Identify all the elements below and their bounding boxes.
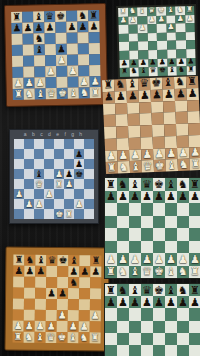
square-r7c8[interactable]: ♟ [89, 76, 100, 87]
square-r6c1[interactable] [105, 241, 117, 254]
square-r4c2[interactable] [128, 33, 138, 42]
square-r5c2[interactable] [116, 126, 129, 138]
square-r7c2[interactable]: ♟ [129, 59, 139, 68]
square-r7c8[interactable]: ♟ [189, 253, 200, 266]
square-r1c2[interactable]: ♞ [114, 79, 127, 91]
square-r6c2[interactable] [117, 138, 130, 150]
square-r1c2[interactable]: ♞ [128, 8, 138, 17]
square-r3c2[interactable] [117, 308, 129, 320]
square-r8c4[interactable]: ♛ [46, 332, 57, 343]
square-r1c5[interactable]: ♚ [150, 78, 163, 90]
square-r5c7[interactable] [78, 54, 89, 65]
square-r2c2[interactable]: ♟ [128, 16, 138, 25]
square-r7c3[interactable]: ♟ [35, 321, 46, 332]
square-r1c2[interactable]: ♞ [24, 255, 35, 266]
square-r5c4[interactable] [148, 41, 158, 50]
square-r5c2[interactable] [117, 228, 129, 241]
square-r3c7[interactable] [176, 23, 186, 32]
square-r5c4[interactable] [141, 228, 153, 241]
square-r3c4[interactable] [147, 24, 157, 33]
square-r3c5[interactable] [151, 101, 164, 113]
square-r1c2[interactable] [22, 11, 33, 22]
square-r1c6[interactable] [66, 11, 77, 22]
square-r3c7[interactable] [175, 100, 188, 112]
square-r6c7[interactable] [176, 49, 186, 58]
square-r3c5[interactable] [56, 33, 67, 44]
square-r8c5[interactable]: ♚ [154, 160, 167, 172]
square-r8c8[interactable]: ♜ [189, 266, 200, 279]
square-r1c7[interactable]: ♞ [177, 178, 189, 191]
square-r2c7[interactable]: ♟ [74, 149, 84, 159]
square-r8c1[interactable] [14, 209, 24, 219]
square-r7c8[interactable]: ♟ [189, 146, 200, 158]
square-r7c2[interactable]: ♟ [117, 253, 129, 266]
square-r2c6[interactable]: ♟ [162, 89, 175, 101]
square-r4c7[interactable] [176, 32, 186, 41]
square-r2c2[interactable]: ♟ [22, 22, 33, 33]
square-r1c3[interactable]: ♝ [129, 284, 141, 296]
square-r5c5[interactable] [57, 299, 68, 310]
square-r3c1[interactable] [13, 277, 24, 288]
square-r5c3[interactable] [34, 55, 45, 66]
square-r7c5[interactable] [56, 77, 67, 88]
square-r6c8[interactable] [186, 49, 196, 58]
square-r3c4[interactable] [139, 102, 152, 114]
square-r5c1[interactable] [13, 299, 24, 310]
square-r5c7[interactable] [176, 41, 186, 50]
square-r3c2[interactable] [24, 159, 34, 169]
square-r3c2[interactable] [128, 25, 138, 34]
square-r5c5[interactable] [153, 228, 165, 241]
square-r2c7[interactable]: ♟ [77, 21, 88, 32]
square-r7c2[interactable]: ♟ [117, 150, 130, 162]
square-r4c5[interactable] [151, 113, 164, 125]
square-r7c3[interactable]: ♟ [129, 149, 142, 161]
square-r7c4[interactable]: ♟ [148, 59, 158, 68]
square-r1c8[interactable]: ♜ [185, 6, 195, 15]
square-r7c4[interactable]: ♟ [141, 148, 154, 160]
square-r7c3[interactable]: ♟ [129, 253, 141, 266]
square-r2c8[interactable]: ♟ [189, 191, 200, 204]
square-r6c8[interactable] [188, 135, 200, 147]
square-r2c7[interactable]: ♟ [79, 266, 90, 277]
square-r8c7[interactable]: ♞ [177, 266, 189, 279]
square-r7c5[interactable]: ♟ [157, 58, 167, 67]
square-r1c4[interactable]: ♛ [141, 178, 153, 191]
square-r3c3[interactable] [35, 277, 46, 288]
square-r8c7[interactable]: ♞ [177, 66, 187, 75]
square-r5c6[interactable] [68, 299, 79, 310]
square-r8c3[interactable]: ♝ [35, 332, 46, 343]
square-r4c7[interactable] [177, 321, 189, 333]
square-r6c8[interactable] [89, 65, 100, 76]
square-r3c3[interactable] [129, 203, 141, 216]
square-r5c1[interactable] [105, 228, 117, 241]
square-r5c2[interactable] [24, 299, 35, 310]
square-r7c6[interactable] [64, 199, 74, 209]
square-r6c3[interactable] [129, 345, 141, 356]
square-r6c6[interactable] [165, 345, 177, 356]
square-r8c8[interactable] [84, 209, 94, 219]
square-r5c5[interactable] [157, 41, 167, 50]
square-r1c1[interactable]: ♜ [13, 255, 24, 266]
square-r8c3[interactable]: ♝ [130, 161, 143, 173]
square-r3c4[interactable] [46, 277, 57, 288]
square-r1c1[interactable]: ♜ [105, 284, 117, 296]
square-r6c2[interactable] [24, 189, 34, 199]
square-r4c2[interactable] [24, 169, 34, 179]
square-r8c5[interactable]: ♚ [57, 332, 68, 343]
square-r2c3[interactable]: ♟ [129, 191, 141, 204]
square-r7c4[interactable] [44, 199, 54, 209]
square-r2c4[interactable]: ♟ [138, 90, 151, 102]
square-r4c6[interactable] [165, 321, 177, 333]
square-r2c2[interactable] [24, 149, 34, 159]
square-r8c6[interactable]: ♝ [166, 159, 179, 171]
square-r4c7[interactable] [177, 216, 189, 229]
square-r2c5[interactable] [54, 149, 64, 159]
square-r3c6[interactable] [67, 33, 78, 44]
square-r3c7[interactable]: ♟ [74, 159, 84, 169]
square-r7c2[interactable]: ♟ [24, 199, 34, 209]
square-r5c1[interactable] [104, 127, 117, 139]
square-r7c5[interactable] [57, 321, 68, 332]
square-r3c1[interactable] [103, 103, 116, 115]
square-r7c6[interactable]: ♟ [165, 147, 178, 159]
square-r7c7[interactable]: ♟ [177, 147, 190, 159]
square-r4c4[interactable] [141, 216, 153, 229]
square-r3c8[interactable] [89, 32, 100, 43]
square-r4c7[interactable] [78, 43, 89, 54]
square-r4c8[interactable] [90, 288, 101, 299]
square-r8c1[interactable]: ♜ [13, 332, 24, 343]
square-r3c2[interactable] [24, 277, 35, 288]
square-r5c3[interactable] [129, 333, 141, 345]
square-r5c7[interactable] [177, 333, 189, 345]
square-r3c3[interactable] [34, 159, 44, 169]
square-r8c8[interactable]: ♜ [186, 66, 196, 75]
square-r3c6[interactable] [64, 159, 74, 169]
square-r4c4[interactable] [45, 44, 56, 55]
square-r1c5[interactable]: ♚ [57, 255, 68, 266]
square-r5c8[interactable] [90, 299, 101, 310]
square-r1c2[interactable] [24, 139, 34, 149]
square-r2c7[interactable]: ♟ [177, 191, 189, 204]
square-r1c7[interactable] [79, 255, 90, 266]
board-marble-blue[interactable]: a b c d e f g h ♟♟♝♟♟♚♛♜♟♟♟♟♟♟♚♜ [9, 129, 99, 224]
square-r5c3[interactable] [128, 126, 141, 138]
square-r3c2[interactable] [23, 33, 34, 44]
square-r3c5[interactable] [157, 24, 167, 33]
square-r4c5[interactable] [157, 33, 167, 42]
square-r4c4[interactable] [44, 169, 54, 179]
square-r1c6[interactable]: ♝ [165, 178, 177, 191]
square-r7c5[interactable] [54, 199, 64, 209]
square-r4c6[interactable] [67, 44, 78, 55]
square-r6c8[interactable] [84, 189, 94, 199]
square-r4c2[interactable] [117, 321, 129, 333]
square-r2c2[interactable]: ♟ [117, 296, 129, 308]
square-r5c8[interactable] [189, 333, 200, 345]
square-r5c6[interactable] [164, 124, 177, 136]
square-r8c8[interactable]: ♜ [90, 87, 101, 98]
square-r2c2[interactable]: ♟ [24, 266, 35, 277]
square-r2c8[interactable] [84, 149, 94, 159]
square-r5c1[interactable] [105, 333, 117, 345]
square-r1c3[interactable] [34, 139, 44, 149]
square-r8c7[interactable]: ♞ [79, 332, 90, 343]
square-r2c3[interactable] [34, 149, 44, 159]
square-r4c1[interactable] [104, 115, 117, 127]
square-r6c6[interactable] [165, 241, 177, 254]
square-r5c3[interactable] [35, 299, 46, 310]
square-r4c8[interactable] [84, 169, 94, 179]
square-r2c8[interactable]: ♟ [189, 296, 200, 308]
square-r1c4[interactable]: ♛ [138, 78, 151, 90]
square-r5c6[interactable] [67, 55, 78, 66]
square-r1c8[interactable]: ♜ [189, 178, 200, 191]
square-r7c4[interactable] [45, 77, 56, 88]
square-r7c6[interactable]: ♟ [165, 253, 177, 266]
square-r1c5[interactable]: ♚ [153, 178, 165, 191]
square-r6c7[interactable] [74, 189, 84, 199]
square-r5c4[interactable] [44, 179, 54, 189]
square-r8c2[interactable]: ♞ [24, 88, 35, 99]
square-r1c5[interactable]: ♚ [156, 7, 166, 16]
square-r4c6[interactable] [163, 112, 176, 124]
square-r3c3[interactable]: ♞ [34, 33, 45, 44]
square-r6c2[interactable] [24, 310, 35, 321]
square-r4c6[interactable] [166, 32, 176, 41]
square-r5c8[interactable] [188, 123, 200, 135]
square-r2c2[interactable]: ♟ [114, 91, 127, 103]
square-r6c2[interactable] [117, 345, 129, 356]
square-r3c1[interactable] [12, 34, 23, 45]
square-r8c2[interactable]: ♞ [118, 161, 131, 173]
square-r4c2[interactable] [24, 288, 35, 299]
square-r7c1[interactable]: ♟ [105, 150, 118, 162]
square-r6c3[interactable] [34, 189, 44, 199]
square-r3c1[interactable] [105, 308, 117, 320]
square-r4c6[interactable]: ♟ [64, 169, 74, 179]
square-r7c1[interactable]: ♟ [105, 253, 117, 266]
square-r8c1[interactable]: ♜ [13, 89, 24, 100]
square-r4c5[interactable] [153, 321, 165, 333]
square-r2c1[interactable]: ♟ [118, 16, 128, 25]
square-r6c1[interactable] [12, 67, 23, 78]
square-r7c8[interactable] [90, 321, 101, 332]
square-r6c2[interactable] [129, 50, 139, 59]
square-r8c8[interactable]: ♜ [190, 158, 200, 170]
square-r7c7[interactable]: ♟ [177, 253, 189, 266]
square-r8c5[interactable]: ♚ [153, 266, 165, 279]
square-r3c5[interactable] [153, 308, 165, 320]
square-r6c4[interactable] [148, 50, 158, 59]
square-r1c8[interactable] [84, 139, 94, 149]
square-r2c7[interactable]: ♟ [174, 88, 187, 100]
square-r7c5[interactable]: ♟ [153, 148, 166, 160]
square-r7c6[interactable] [67, 77, 78, 88]
square-r2c6[interactable]: ♟ [68, 266, 79, 277]
square-r2c4[interactable]: ♟ [141, 191, 153, 204]
square-r4c3[interactable] [129, 321, 141, 333]
square-r2c5[interactable]: ♟ [150, 89, 163, 101]
square-r4c7[interactable] [79, 288, 90, 299]
square-r5c7[interactable] [79, 299, 90, 310]
square-r8c6[interactable]: ♝ [165, 266, 177, 279]
square-r4c5[interactable]: ♟ [54, 169, 64, 179]
square-r4c5[interactable]: ♟ [57, 288, 68, 299]
square-r3c6[interactable] [165, 203, 177, 216]
square-r2c6[interactable]: ♟ [165, 191, 177, 204]
square-r5c2[interactable] [23, 55, 34, 66]
square-r1c4[interactable]: ♛ [46, 255, 57, 266]
square-r2c5[interactable]: ♟ [153, 191, 165, 204]
square-r1c3[interactable]: ♝ [129, 178, 141, 191]
square-r5c7[interactable] [177, 228, 189, 241]
square-r4c8[interactable] [185, 32, 195, 41]
square-r7c2[interactable]: ♟ [24, 321, 35, 332]
square-r6c8[interactable]: ♟ [90, 310, 101, 321]
square-r3c2[interactable] [117, 203, 129, 216]
square-r4c6[interactable] [68, 288, 79, 299]
board-orange-wood[interactable]: ♜♞♝♛♚♝♜♟♟♟♟♟♟♞♟♟♟♟♟♟♟♟♟♟♜♞♝♛♚♝♞♜ [4, 246, 109, 351]
square-r5c7[interactable] [176, 123, 189, 135]
square-r5c5[interactable] [152, 124, 165, 136]
board-blue-wood[interactable]: ♜♝♛♚♞♜♟♟♟♟♟♟♟♞♝♟♟♟♟♟♟♟♟♟♜♞♝♛♚♝♞♜ [4, 3, 108, 107]
square-r4c8[interactable] [187, 111, 200, 123]
square-r5c8[interactable] [89, 54, 100, 65]
square-r6c5[interactable] [54, 189, 64, 199]
square-r5c5[interactable]: ♜ [54, 179, 64, 189]
square-r6c6[interactable] [167, 49, 177, 58]
square-r3c4[interactable] [44, 159, 54, 169]
square-r7c7[interactable]: ♟ [78, 76, 89, 87]
square-r7c8[interactable]: ♟ [186, 58, 196, 67]
square-r8c2[interactable]: ♞ [24, 332, 35, 343]
square-r5c2[interactable] [117, 333, 129, 345]
square-r2c8[interactable]: ♟ [88, 21, 99, 32]
square-r8c3[interactable] [34, 209, 44, 219]
square-r4c3[interactable]: ♝ [34, 169, 44, 179]
square-r6c1[interactable] [105, 345, 117, 356]
square-r6c3[interactable] [129, 241, 141, 254]
square-r7c6[interactable]: ♟ [167, 58, 177, 67]
square-r8c2[interactable]: ♞ [129, 68, 139, 77]
square-r7c7[interactable]: ♟ [74, 199, 84, 209]
square-r1c1[interactable]: ♜ [118, 8, 128, 17]
square-r5c5[interactable]: ♟ [56, 55, 67, 66]
square-r2c6[interactable]: ♟ [165, 296, 177, 308]
square-r5c4[interactable] [45, 55, 56, 66]
square-r7c3[interactable]: ♟ [138, 59, 148, 68]
square-r5c1[interactable] [119, 42, 129, 51]
square-r5c8[interactable] [185, 40, 195, 49]
square-r1c4[interactable]: ♛ [141, 284, 153, 296]
square-r8c4[interactable]: ♛ [148, 67, 158, 76]
square-r3c4[interactable] [141, 308, 153, 320]
square-r3c7[interactable] [177, 308, 189, 320]
square-r7c4[interactable]: ♟ [46, 321, 57, 332]
square-r7c2[interactable]: ♟ [23, 77, 34, 88]
square-r5c8[interactable] [189, 228, 200, 241]
square-r1c4[interactable] [44, 139, 54, 149]
square-r8c5[interactable]: ♚ [57, 88, 68, 99]
square-r4c1[interactable] [14, 169, 24, 179]
square-r6c7[interactable] [79, 310, 90, 321]
square-r4c1[interactable] [13, 288, 24, 299]
square-r8c3[interactable]: ♝ [139, 67, 149, 76]
square-r6c4[interactable] [46, 310, 57, 321]
square-r6c5[interactable] [153, 241, 165, 254]
square-r6c3[interactable] [129, 137, 142, 149]
square-r8c6[interactable]: ♜ [64, 209, 74, 219]
square-r4c5[interactable] [153, 216, 165, 229]
square-r6c6[interactable]: ♟ [67, 66, 78, 77]
board-tan[interactable]: ♜♞♝♛♚♝♞♜♟♟♟♟♟♟♟♟♟♟♟♟♟♟♟♟♜♞♝♛♚♝♞♜ [102, 76, 200, 174]
square-r1c3[interactable]: ♝ [33, 11, 44, 22]
square-r6c6[interactable] [68, 310, 79, 321]
square-r2c1[interactable]: ♟ [103, 91, 116, 103]
square-r2c3[interactable] [137, 16, 147, 25]
square-r1c6[interactable]: ♝ [162, 77, 175, 89]
square-r3c1[interactable] [14, 159, 24, 169]
square-r5c3[interactable] [138, 42, 148, 51]
square-r5c4[interactable] [141, 333, 153, 345]
square-r6c1[interactable] [105, 138, 118, 150]
square-r5c4[interactable] [140, 125, 153, 137]
square-r6c5[interactable] [153, 136, 166, 148]
square-r3c6[interactable]: ♟ [166, 24, 176, 33]
square-r7c1[interactable]: ♟ [12, 78, 23, 89]
square-r2c3[interactable]: ♟ [129, 296, 141, 308]
square-r6c7[interactable] [78, 65, 89, 76]
square-r8c4[interactable]: ♛ [46, 88, 57, 99]
square-r6c5[interactable] [153, 345, 165, 356]
square-r4c4[interactable] [141, 321, 153, 333]
square-r3c8[interactable] [189, 308, 200, 320]
square-r4c2[interactable] [116, 114, 129, 126]
square-r5c3[interactable]: ♛ [34, 179, 44, 189]
square-r8c1[interactable]: ♜ [120, 68, 130, 77]
square-r4c1[interactable] [105, 216, 117, 229]
square-r6c7[interactable] [176, 135, 189, 147]
square-r8c4[interactable] [44, 209, 54, 219]
square-r2c4[interactable]: ♟ [44, 22, 55, 33]
square-r8c2[interactable]: ♞ [117, 266, 129, 279]
square-r6c1[interactable] [13, 310, 24, 321]
square-r2c6[interactable] [64, 149, 74, 159]
square-r2c1[interactable]: ♟ [11, 23, 22, 34]
square-r8c6[interactable]: ♝ [68, 88, 79, 99]
square-r2c5[interactable] [57, 266, 68, 277]
square-r2c4[interactable]: ♟ [141, 296, 153, 308]
square-r8c5[interactable]: ♚ [54, 209, 64, 219]
square-r1c6[interactable]: ♝ [165, 284, 177, 296]
square-r6c3[interactable] [138, 50, 148, 59]
square-r1c1[interactable]: ♜ [11, 12, 22, 23]
square-r6c3[interactable] [34, 66, 45, 77]
square-r1c6[interactable]: ♝ [166, 7, 176, 16]
square-r2c3[interactable]: ♟ [33, 22, 44, 33]
square-r5c1[interactable] [12, 56, 23, 67]
square-r7c5[interactable]: ♟ [153, 253, 165, 266]
square-r4c8[interactable] [189, 321, 200, 333]
square-r1c8[interactable]: ♜ [88, 10, 99, 21]
square-r7c1[interactable]: ♟ [13, 321, 24, 332]
square-r8c7[interactable]: ♞ [79, 87, 90, 98]
square-r6c4[interactable]: ♟ [44, 189, 54, 199]
